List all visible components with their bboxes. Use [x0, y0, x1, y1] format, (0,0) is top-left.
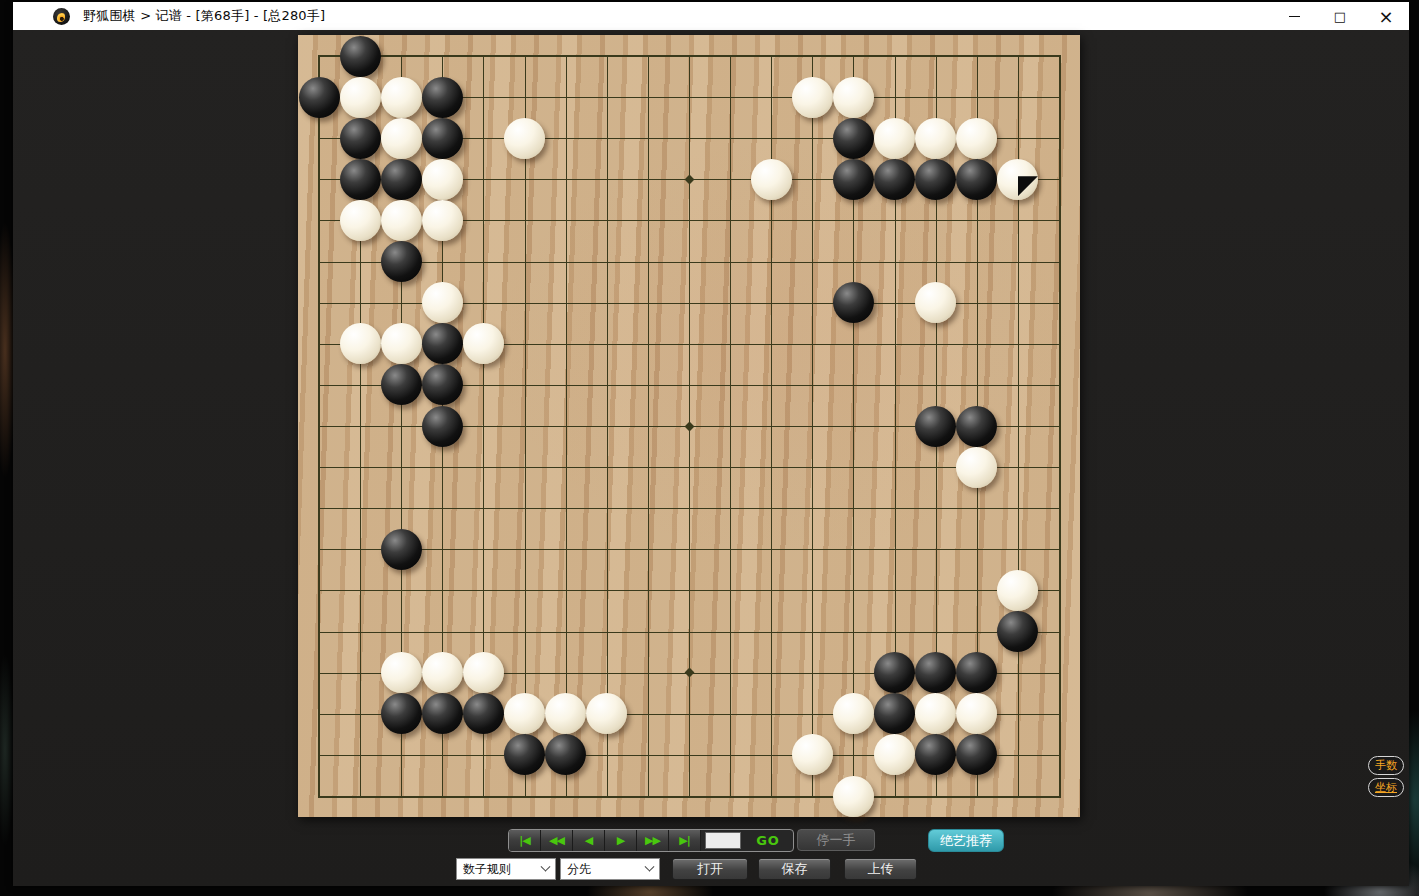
- coordinates-toggle[interactable]: 坐标: [1368, 778, 1404, 797]
- rewind-move-button[interactable]: ◀◀: [541, 830, 573, 851]
- white-stone: [751, 159, 792, 200]
- black-stone: [833, 159, 874, 200]
- white-stone: [381, 77, 422, 118]
- white-stone: [956, 447, 997, 488]
- black-stone: [915, 406, 956, 447]
- open-button[interactable]: 打开: [672, 858, 748, 880]
- window-title: 野狐围棋 > 记谱 - [第68手] - [总280手]: [83, 7, 325, 25]
- black-stone: [915, 159, 956, 200]
- white-stone: [340, 323, 381, 364]
- black-stone: [422, 693, 463, 734]
- last-move-button[interactable]: ▶|: [669, 830, 701, 851]
- black-stone: [340, 36, 381, 77]
- black-stone: [381, 693, 422, 734]
- white-stone: [956, 118, 997, 159]
- window-content: |◀◀◀◀▶▶▶▶| GO 停一手 绝艺推荐 数子规则 分先 打开 保存 上传 …: [13, 30, 1409, 886]
- black-stone: [422, 77, 463, 118]
- black-stone: [463, 693, 504, 734]
- black-stone: [833, 118, 874, 159]
- white-stone: [504, 118, 545, 159]
- fineart-recommend-button[interactable]: 绝艺推荐: [928, 829, 1004, 852]
- scoring-rules-value: 数子规则: [463, 861, 511, 878]
- white-stone: [340, 77, 381, 118]
- white-stone: [833, 693, 874, 734]
- save-button[interactable]: 保存: [758, 858, 831, 880]
- white-stone: [422, 159, 463, 200]
- coordinates-label: 坐标: [1375, 780, 1397, 795]
- move-navigation-bar: |◀◀◀◀▶▶▶▶| GO: [508, 829, 794, 852]
- fox-go-app-icon: [53, 8, 70, 25]
- white-stone: [833, 77, 874, 118]
- black-stone: [422, 323, 463, 364]
- black-stone: [422, 118, 463, 159]
- black-stone: [299, 77, 340, 118]
- black-stone: [381, 529, 422, 570]
- go-button[interactable]: GO: [743, 830, 793, 851]
- maximize-button[interactable]: □: [1317, 2, 1363, 30]
- forward-move-button[interactable]: ▶▶: [637, 830, 669, 851]
- white-stone: [381, 652, 422, 693]
- fox-go-record-window: 野狐围棋 > 记谱 - [第68手] - [总280手] □ × |◀◀◀◀▶▶…: [13, 2, 1409, 886]
- go-board[interactable]: [298, 35, 1080, 817]
- prev-move-button[interactable]: ◀: [573, 830, 605, 851]
- black-stone: [956, 406, 997, 447]
- white-stone: [381, 200, 422, 241]
- white-stone: [422, 282, 463, 323]
- black-stone: [422, 406, 463, 447]
- chevron-down-icon: [645, 861, 655, 871]
- black-stone: [340, 159, 381, 200]
- white-stone: [340, 200, 381, 241]
- black-stone: [422, 364, 463, 405]
- black-stone: [833, 282, 874, 323]
- black-stone: [874, 652, 915, 693]
- white-stone: [381, 118, 422, 159]
- white-stone: [792, 734, 833, 775]
- white-stone: [833, 776, 874, 817]
- title-bar: 野狐围棋 > 记谱 - [第68手] - [总280手] □ ×: [13, 2, 1409, 30]
- black-stone: [381, 364, 422, 405]
- black-stone: [340, 118, 381, 159]
- first-move-button[interactable]: |◀: [509, 830, 541, 851]
- white-stone: [463, 652, 504, 693]
- move-numbers-toggle[interactable]: 手数: [1368, 756, 1404, 775]
- white-stone: [422, 200, 463, 241]
- black-stone: [381, 241, 422, 282]
- next-move-button[interactable]: ▶: [605, 830, 637, 851]
- upload-button[interactable]: 上传: [844, 858, 917, 880]
- black-stone: [956, 159, 997, 200]
- white-stone: [874, 118, 915, 159]
- white-stone: [422, 652, 463, 693]
- minimize-button[interactable]: [1271, 2, 1317, 30]
- scoring-rules-select[interactable]: 数子规则: [456, 858, 556, 880]
- white-stone: [463, 323, 504, 364]
- black-stone: [874, 159, 915, 200]
- chevron-down-icon: [541, 861, 551, 871]
- game-setup-value: 分先: [567, 861, 591, 878]
- close-button[interactable]: ×: [1363, 2, 1409, 30]
- white-stone: [792, 77, 833, 118]
- white-stone: [381, 323, 422, 364]
- black-stone: [381, 159, 422, 200]
- move-numbers-label: 手数: [1375, 758, 1397, 773]
- pass-one-move-button[interactable]: 停一手: [797, 829, 875, 851]
- move-number-input[interactable]: [705, 832, 741, 849]
- white-stone: [915, 118, 956, 159]
- game-setup-select[interactable]: 分先: [560, 858, 660, 880]
